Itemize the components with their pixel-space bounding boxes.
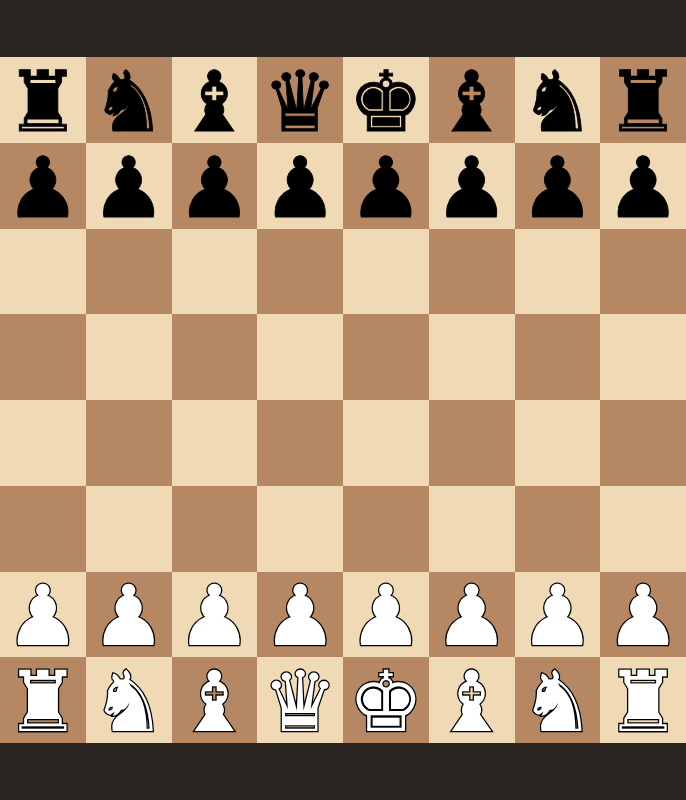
square-f1[interactable]: ♝ — [429, 657, 515, 743]
square-b2[interactable]: ♟ — [86, 572, 172, 658]
square-e2[interactable]: ♟ — [343, 572, 429, 658]
square-f8[interactable]: ♝ — [429, 57, 515, 143]
square-e6[interactable] — [343, 229, 429, 315]
piece-black-pawn-f7[interactable]: ♟ — [434, 146, 509, 229]
piece-white-pawn-d2[interactable]: ♟ — [262, 574, 337, 657]
square-b1[interactable]: ♞ — [86, 657, 172, 743]
square-a2[interactable]: ♟ — [0, 572, 86, 658]
square-c6[interactable] — [172, 229, 258, 315]
square-h3[interactable] — [600, 486, 686, 572]
piece-white-pawn-c2[interactable]: ♟ — [177, 574, 252, 657]
square-c5[interactable] — [172, 314, 258, 400]
square-f7[interactable]: ♟ — [429, 143, 515, 229]
square-a1[interactable]: ♜ — [0, 657, 86, 743]
piece-white-pawn-e2[interactable]: ♟ — [348, 574, 423, 657]
piece-black-pawn-b7[interactable]: ♟ — [91, 146, 166, 229]
piece-white-pawn-b2[interactable]: ♟ — [91, 574, 166, 657]
square-d1[interactable]: ♛ — [257, 657, 343, 743]
square-b5[interactable] — [86, 314, 172, 400]
square-b6[interactable] — [86, 229, 172, 315]
piece-black-pawn-g7[interactable]: ♟ — [520, 146, 595, 229]
square-e7[interactable]: ♟ — [343, 143, 429, 229]
square-a5[interactable] — [0, 314, 86, 400]
square-c7[interactable]: ♟ — [172, 143, 258, 229]
bottom-bar — [0, 743, 686, 800]
square-f4[interactable] — [429, 400, 515, 486]
square-h1[interactable]: ♜ — [600, 657, 686, 743]
chess-board: ♜♞♝♛♚♝♞♜♟♟♟♟♟♟♟♟♟♟♟♟♟♟♟♟♜♞♝♛♚♝♞♜ — [0, 57, 686, 743]
square-h2[interactable]: ♟ — [600, 572, 686, 658]
square-b4[interactable] — [86, 400, 172, 486]
piece-white-king-e1[interactable]: ♚ — [348, 660, 423, 743]
piece-black-pawn-e7[interactable]: ♟ — [348, 146, 423, 229]
chess-app: ♜♞♝♛♚♝♞♜♟♟♟♟♟♟♟♟♟♟♟♟♟♟♟♟♜♞♝♛♚♝♞♜ — [0, 0, 686, 800]
piece-black-bishop-f8[interactable]: ♝ — [434, 60, 509, 143]
square-e3[interactable] — [343, 486, 429, 572]
square-g7[interactable]: ♟ — [515, 143, 601, 229]
piece-black-pawn-c7[interactable]: ♟ — [177, 146, 252, 229]
square-g5[interactable] — [515, 314, 601, 400]
square-c3[interactable] — [172, 486, 258, 572]
square-f2[interactable]: ♟ — [429, 572, 515, 658]
square-b7[interactable]: ♟ — [86, 143, 172, 229]
square-h4[interactable] — [600, 400, 686, 486]
square-d8[interactable]: ♛ — [257, 57, 343, 143]
square-e1[interactable]: ♚ — [343, 657, 429, 743]
piece-white-pawn-a2[interactable]: ♟ — [5, 574, 80, 657]
square-h6[interactable] — [600, 229, 686, 315]
square-f5[interactable] — [429, 314, 515, 400]
square-g2[interactable]: ♟ — [515, 572, 601, 658]
square-e8[interactable]: ♚ — [343, 57, 429, 143]
piece-white-bishop-c1[interactable]: ♝ — [177, 660, 252, 743]
square-g1[interactable]: ♞ — [515, 657, 601, 743]
piece-black-pawn-h7[interactable]: ♟ — [605, 146, 680, 229]
square-b8[interactable]: ♞ — [86, 57, 172, 143]
square-e4[interactable] — [343, 400, 429, 486]
piece-white-rook-h1[interactable]: ♜ — [605, 660, 680, 743]
square-h8[interactable]: ♜ — [600, 57, 686, 143]
piece-black-knight-b8[interactable]: ♞ — [91, 60, 166, 143]
square-b3[interactable] — [86, 486, 172, 572]
square-f6[interactable] — [429, 229, 515, 315]
square-f3[interactable] — [429, 486, 515, 572]
piece-white-bishop-f1[interactable]: ♝ — [434, 660, 509, 743]
square-c4[interactable] — [172, 400, 258, 486]
square-g8[interactable]: ♞ — [515, 57, 601, 143]
square-d4[interactable] — [257, 400, 343, 486]
piece-white-pawn-f2[interactable]: ♟ — [434, 574, 509, 657]
square-d6[interactable] — [257, 229, 343, 315]
piece-white-queen-d1[interactable]: ♛ — [262, 660, 337, 743]
square-h7[interactable]: ♟ — [600, 143, 686, 229]
square-a7[interactable]: ♟ — [0, 143, 86, 229]
square-a3[interactable] — [0, 486, 86, 572]
square-a8[interactable]: ♜ — [0, 57, 86, 143]
piece-black-rook-h8[interactable]: ♜ — [605, 60, 680, 143]
piece-black-queen-d8[interactable]: ♛ — [262, 60, 337, 143]
square-a6[interactable] — [0, 229, 86, 315]
square-c2[interactable]: ♟ — [172, 572, 258, 658]
piece-black-pawn-a7[interactable]: ♟ — [5, 146, 80, 229]
square-a4[interactable] — [0, 400, 86, 486]
piece-black-bishop-c8[interactable]: ♝ — [177, 60, 252, 143]
square-g4[interactable] — [515, 400, 601, 486]
piece-white-rook-a1[interactable]: ♜ — [5, 660, 80, 743]
piece-black-knight-g8[interactable]: ♞ — [520, 60, 595, 143]
top-bar — [0, 0, 686, 57]
piece-black-pawn-d7[interactable]: ♟ — [262, 146, 337, 229]
piece-black-rook-a8[interactable]: ♜ — [5, 60, 80, 143]
piece-white-knight-g1[interactable]: ♞ — [520, 660, 595, 743]
piece-white-pawn-h2[interactable]: ♟ — [605, 574, 680, 657]
square-h5[interactable] — [600, 314, 686, 400]
square-e5[interactable] — [343, 314, 429, 400]
square-g6[interactable] — [515, 229, 601, 315]
piece-white-knight-b1[interactable]: ♞ — [91, 660, 166, 743]
piece-white-pawn-g2[interactable]: ♟ — [520, 574, 595, 657]
piece-black-king-e8[interactable]: ♚ — [348, 60, 423, 143]
square-d2[interactable]: ♟ — [257, 572, 343, 658]
square-d3[interactable] — [257, 486, 343, 572]
square-d7[interactable]: ♟ — [257, 143, 343, 229]
square-g3[interactable] — [515, 486, 601, 572]
square-c1[interactable]: ♝ — [172, 657, 258, 743]
square-c8[interactable]: ♝ — [172, 57, 258, 143]
square-d5[interactable] — [257, 314, 343, 400]
